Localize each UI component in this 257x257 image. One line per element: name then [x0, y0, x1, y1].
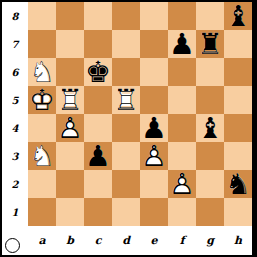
square-e7[interactable] — [140, 30, 168, 58]
square-f7[interactable]: ♙♟ — [168, 30, 196, 58]
square-g4[interactable]: ♗♝ — [196, 114, 224, 142]
square-e3[interactable]: ♟♙ — [140, 142, 168, 170]
piece-black-king-c6: ♔♚ — [84, 58, 112, 86]
square-h6[interactable] — [224, 58, 252, 86]
square-c4[interactable] — [84, 114, 112, 142]
square-c7[interactable] — [84, 30, 112, 58]
piece-white-knight-a3: ♞♘ — [28, 142, 56, 170]
rank-label-8: 8 — [2, 2, 28, 30]
piece-black-pawn-e4: ♙♟ — [140, 114, 168, 142]
square-b2[interactable] — [56, 170, 84, 198]
square-g7[interactable]: ♖♜ — [196, 30, 224, 58]
rank-label-6: 6 — [2, 58, 28, 86]
square-f4[interactable] — [168, 114, 196, 142]
file-label-e: e — [140, 226, 168, 255]
square-e8[interactable] — [140, 2, 168, 30]
square-g5[interactable] — [196, 86, 224, 114]
square-d4[interactable] — [112, 114, 140, 142]
square-e2[interactable] — [140, 170, 168, 198]
piece-black-bishop-g4: ♗♝ — [196, 114, 224, 142]
square-f2[interactable]: ♟♙ — [168, 170, 196, 198]
square-h5[interactable] — [224, 86, 252, 114]
square-a5[interactable]: ♚♔ — [28, 86, 56, 114]
square-e5[interactable] — [140, 86, 168, 114]
square-g1[interactable] — [196, 198, 224, 226]
square-g6[interactable] — [196, 58, 224, 86]
piece-white-king-a5: ♚♔ — [28, 86, 56, 114]
square-a4[interactable] — [28, 114, 56, 142]
chess-board: ♗♝♙♟♖♜♞♘♔♚♚♔♜♖♜♖♟♙♙♟♗♝♞♘♙♟♟♙♟♙♘♞ — [28, 2, 252, 226]
square-e1[interactable] — [140, 198, 168, 226]
rank-label-4: 4 — [2, 114, 28, 142]
square-h7[interactable] — [224, 30, 252, 58]
square-c6[interactable]: ♔♚ — [84, 58, 112, 86]
square-b8[interactable] — [56, 2, 84, 30]
square-b3[interactable] — [56, 142, 84, 170]
square-g2[interactable] — [196, 170, 224, 198]
square-d5[interactable]: ♜♖ — [112, 86, 140, 114]
square-b6[interactable] — [56, 58, 84, 86]
square-d3[interactable] — [112, 142, 140, 170]
rank-label-7: 7 — [2, 30, 28, 58]
rank-label-3: 3 — [2, 142, 28, 170]
square-b1[interactable] — [56, 198, 84, 226]
piece-black-bishop-h8: ♗♝ — [224, 2, 252, 30]
square-c2[interactable] — [84, 170, 112, 198]
chess-diagram: 87654321 ♗♝♙♟♖♜♞♘♔♚♚♔♜♖♜♖♟♙♙♟♗♝♞♘♙♟♟♙♟♙♘… — [0, 0, 257, 257]
square-c8[interactable] — [84, 2, 112, 30]
square-e6[interactable] — [140, 58, 168, 86]
rank-label-2: 2 — [2, 170, 28, 198]
square-d1[interactable] — [112, 198, 140, 226]
file-label-d: d — [112, 226, 140, 255]
file-label-h: h — [224, 226, 252, 255]
piece-white-pawn-b4: ♟♙ — [56, 114, 84, 142]
piece-black-knight-h2: ♘♞ — [224, 170, 252, 198]
rank-label-5: 5 — [2, 86, 28, 114]
file-labels: abcdefgh — [28, 226, 252, 255]
piece-black-pawn-c3: ♙♟ — [84, 142, 112, 170]
square-g8[interactable] — [196, 2, 224, 30]
square-b4[interactable]: ♟♙ — [56, 114, 84, 142]
square-f1[interactable] — [168, 198, 196, 226]
square-d7[interactable] — [112, 30, 140, 58]
square-a1[interactable] — [28, 198, 56, 226]
square-h4[interactable] — [224, 114, 252, 142]
square-f5[interactable] — [168, 86, 196, 114]
square-h1[interactable] — [224, 198, 252, 226]
square-c5[interactable] — [84, 86, 112, 114]
piece-white-knight-a6: ♞♘ — [28, 58, 56, 86]
rank-label-1: 1 — [2, 198, 28, 226]
file-label-f: f — [168, 226, 196, 255]
rank-labels: 87654321 — [2, 2, 28, 226]
square-h3[interactable] — [224, 142, 252, 170]
square-d6[interactable] — [112, 58, 140, 86]
square-d8[interactable] — [112, 2, 140, 30]
file-label-a: a — [28, 226, 56, 255]
square-b5[interactable]: ♜♖ — [56, 86, 84, 114]
square-f6[interactable] — [168, 58, 196, 86]
diagram-panel: 87654321 ♗♝♙♟♖♜♞♘♔♚♚♔♜♖♜♖♟♙♙♟♗♝♞♘♙♟♟♙♟♙♘… — [2, 2, 252, 255]
square-f8[interactable] — [168, 2, 196, 30]
piece-white-rook-b5: ♜♖ — [56, 86, 84, 114]
square-b7[interactable] — [56, 30, 84, 58]
file-label-g: g — [196, 226, 224, 255]
square-a2[interactable] — [28, 170, 56, 198]
square-c1[interactable] — [84, 198, 112, 226]
square-e4[interactable]: ♙♟ — [140, 114, 168, 142]
white-to-move-indicator — [5, 238, 20, 253]
file-label-c: c — [84, 226, 112, 255]
square-g3[interactable] — [196, 142, 224, 170]
piece-black-pawn-f7: ♙♟ — [168, 30, 196, 58]
square-c3[interactable]: ♙♟ — [84, 142, 112, 170]
square-a8[interactable] — [28, 2, 56, 30]
file-label-b: b — [56, 226, 84, 255]
square-f3[interactable] — [168, 142, 196, 170]
piece-white-rook-d5: ♜♖ — [112, 86, 140, 114]
piece-white-pawn-f2: ♟♙ — [168, 170, 196, 198]
piece-black-rook-g7: ♖♜ — [196, 30, 224, 58]
square-a3[interactable]: ♞♘ — [28, 142, 56, 170]
square-d2[interactable] — [112, 170, 140, 198]
square-a6[interactable]: ♞♘ — [28, 58, 56, 86]
square-a7[interactable] — [28, 30, 56, 58]
piece-white-pawn-e3: ♟♙ — [140, 142, 168, 170]
square-h8[interactable]: ♗♝ — [224, 2, 252, 30]
square-h2[interactable]: ♘♞ — [224, 170, 252, 198]
